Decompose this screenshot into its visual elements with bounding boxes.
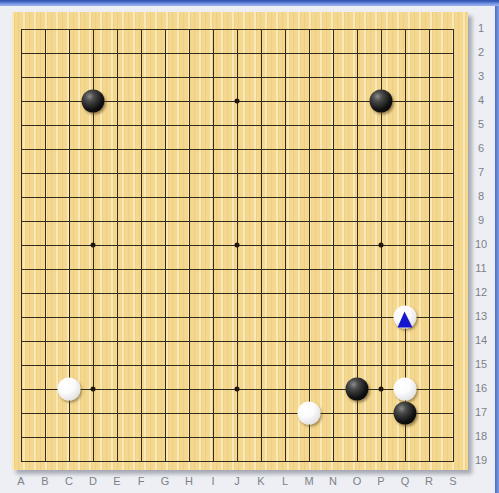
- column-label-G: G: [155, 475, 175, 488]
- star-point-J16: [235, 387, 240, 392]
- window-top-border: [0, 0, 499, 6]
- column-label-Q: Q: [395, 475, 415, 488]
- white-stone-Q16: [394, 378, 417, 401]
- row-label-14: 14: [470, 334, 492, 347]
- star-point-P10: [379, 243, 384, 248]
- star-point-P16: [379, 387, 384, 392]
- column-label-E: E: [107, 475, 127, 488]
- column-label-N: N: [323, 475, 343, 488]
- column-label-I: I: [203, 475, 223, 488]
- column-label-H: H: [179, 475, 199, 488]
- goban-grid[interactable]: [21, 29, 454, 462]
- column-label-F: F: [131, 475, 151, 488]
- row-label-7: 7: [470, 166, 492, 179]
- column-label-M: M: [299, 475, 319, 488]
- row-label-3: 3: [470, 70, 492, 83]
- row-label-6: 6: [470, 142, 492, 155]
- row-label-9: 9: [470, 214, 492, 227]
- column-label-S: S: [443, 475, 463, 488]
- column-label-R: R: [419, 475, 439, 488]
- row-label-5: 5: [470, 118, 492, 131]
- row-label-18: 18: [470, 430, 492, 443]
- column-label-C: C: [59, 475, 79, 488]
- white-stone-Q13: [394, 306, 417, 329]
- row-label-17: 17: [470, 406, 492, 419]
- column-label-O: O: [347, 475, 367, 488]
- row-label-13: 13: [470, 310, 492, 323]
- row-label-2: 2: [470, 46, 492, 59]
- column-label-J: J: [227, 475, 247, 488]
- goban: [12, 12, 468, 470]
- window-right-border: [495, 0, 499, 493]
- row-label-10: 10: [470, 238, 492, 251]
- white-stone-C16: [58, 378, 81, 401]
- column-label-K: K: [251, 475, 271, 488]
- row-label-8: 8: [470, 190, 492, 203]
- star-point-J10: [235, 243, 240, 248]
- column-label-A: A: [11, 475, 31, 488]
- black-stone-P4: [370, 90, 393, 113]
- last-move-triangle-icon: [398, 312, 413, 328]
- star-point-D10: [91, 243, 96, 248]
- star-point-D16: [91, 387, 96, 392]
- star-point-J4: [235, 99, 240, 104]
- row-label-16: 16: [470, 382, 492, 395]
- black-stone-O16: [346, 378, 369, 401]
- column-label-L: L: [275, 475, 295, 488]
- row-label-19: 19: [470, 454, 492, 467]
- column-label-B: B: [35, 475, 55, 488]
- row-label-1: 1: [470, 22, 492, 35]
- row-label-15: 15: [470, 358, 492, 371]
- column-label-D: D: [83, 475, 103, 488]
- white-stone-M17: [298, 402, 321, 425]
- black-stone-Q17: [394, 402, 417, 425]
- row-label-4: 4: [470, 94, 492, 107]
- row-label-12: 12: [470, 286, 492, 299]
- row-label-11: 11: [470, 262, 492, 275]
- black-stone-D4: [82, 90, 105, 113]
- column-label-P: P: [371, 475, 391, 488]
